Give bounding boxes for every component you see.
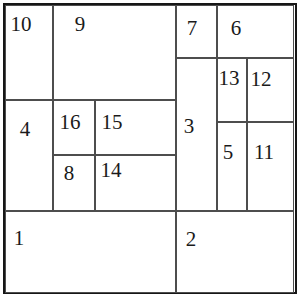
rect-1-label: 1 <box>14 228 25 249</box>
rect-10-label: 10 <box>11 14 32 35</box>
rect-11: 11 <box>247 122 294 211</box>
rect-16-label: 16 <box>60 112 81 133</box>
rect-13: 13 <box>217 58 247 122</box>
rect-9-label: 9 <box>75 14 86 35</box>
rect-4-label: 4 <box>20 119 31 140</box>
rect-15: 15 <box>95 100 176 155</box>
rect-2-label: 2 <box>186 229 197 250</box>
rect-9: 9 <box>53 5 176 100</box>
rect-14-label: 14 <box>101 160 122 181</box>
rect-7: 7 <box>176 5 217 58</box>
rect-6-label: 6 <box>231 18 242 39</box>
rect-15-label: 15 <box>102 112 123 133</box>
puzzle-board: 12345678910111213141516 <box>3 3 297 294</box>
rect-12: 12 <box>247 58 294 122</box>
rect-7-label: 7 <box>187 18 198 39</box>
puzzle-diagram: 12345678910111213141516 <box>0 0 300 300</box>
rect-3: 3 <box>176 58 217 211</box>
rect-8-label: 8 <box>64 163 75 184</box>
rect-13-label: 13 <box>219 68 240 89</box>
rect-11-label: 11 <box>254 142 274 163</box>
rect-4: 4 <box>5 100 53 211</box>
rect-3-label: 3 <box>184 116 195 137</box>
rect-10: 10 <box>5 5 53 100</box>
rect-2: 2 <box>176 211 294 293</box>
rect-14: 14 <box>95 155 176 211</box>
rect-6: 6 <box>217 5 294 58</box>
rect-5: 5 <box>217 122 247 211</box>
rect-5-label: 5 <box>223 142 234 163</box>
rect-12-label: 12 <box>251 69 272 90</box>
rect-8: 8 <box>53 155 95 211</box>
rect-16: 16 <box>53 100 95 155</box>
rect-1: 1 <box>5 211 176 293</box>
